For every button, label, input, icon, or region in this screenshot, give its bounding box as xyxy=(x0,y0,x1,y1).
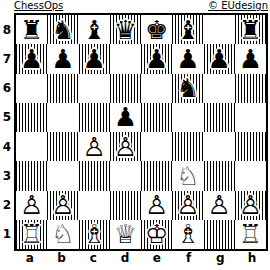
black-knight-glyph: ♞ xyxy=(47,15,78,44)
piece-black-bishop: ♝ xyxy=(172,15,203,44)
white-knight-glyph: ♘ xyxy=(172,161,203,190)
square-f7[interactable]: ♟ xyxy=(172,44,203,73)
copyright-link[interactable]: © EUdesign xyxy=(208,0,268,12)
black-pawn-glyph: ♟ xyxy=(16,44,47,73)
square-e4[interactable] xyxy=(141,132,172,161)
white-pawn-glyph: ♙ xyxy=(79,132,110,161)
square-e5[interactable] xyxy=(141,103,172,132)
square-f8[interactable]: ♝ xyxy=(172,15,203,44)
white-pawn-glyph: ♙ xyxy=(47,191,78,220)
black-pawn-glyph: ♟ xyxy=(172,44,203,73)
square-c6[interactable] xyxy=(79,74,110,103)
black-rook-glyph: ♜ xyxy=(235,15,266,44)
white-queen-glyph: ♕ xyxy=(110,220,141,249)
square-d8[interactable]: ♛ xyxy=(110,15,141,44)
black-pawn-glyph: ♟ xyxy=(235,44,266,73)
header: ChessOps © EUdesign xyxy=(0,0,270,13)
white-rook-glyph: ♖ xyxy=(235,220,266,249)
piece-white-king: ♚♔ xyxy=(141,220,172,249)
white-rook-glyph: ♖ xyxy=(16,220,47,249)
square-e6[interactable] xyxy=(141,74,172,103)
black-king-glyph: ♚ xyxy=(141,15,172,44)
square-g8[interactable] xyxy=(204,15,235,44)
file-label-f: f xyxy=(173,251,205,267)
black-pawn-glyph: ♟ xyxy=(79,44,110,73)
piece-white-knight: ♞♘ xyxy=(47,220,78,249)
piece-white-rook: ♜♖ xyxy=(16,220,47,249)
piece-white-bishop: ♝♗ xyxy=(79,220,110,249)
chess-board: ♜♞♝♛♚♝♜♟♟♟♟♟♟♟♞♟♟♙♟♙♞♘♟♙♟♙♟♙♟♙♟♙♟♙♜♖♞♘♝♗… xyxy=(14,13,268,251)
rank-label-4: 4 xyxy=(0,132,14,161)
square-c3[interactable] xyxy=(79,161,110,190)
square-b4[interactable] xyxy=(47,132,78,161)
piece-black-pawn: ♟ xyxy=(172,44,203,73)
square-g1[interactable] xyxy=(204,220,235,249)
piece-black-knight: ♞ xyxy=(47,15,78,44)
square-g7[interactable]: ♟ xyxy=(204,44,235,73)
piece-white-pawn: ♟♙ xyxy=(172,191,203,220)
square-d1[interactable]: ♛♕ xyxy=(110,220,141,249)
square-h2[interactable]: ♟♙ xyxy=(235,191,266,220)
square-b1[interactable]: ♞♘ xyxy=(47,220,78,249)
rank-label-2: 2 xyxy=(0,191,14,220)
square-g5[interactable] xyxy=(204,103,235,132)
piece-white-pawn: ♟♙ xyxy=(110,132,141,161)
square-d2[interactable] xyxy=(110,191,141,220)
square-e3[interactable] xyxy=(141,161,172,190)
black-knight-glyph: ♞ xyxy=(172,74,203,103)
file-label-h: h xyxy=(236,251,268,267)
piece-black-knight: ♞ xyxy=(172,74,203,103)
square-a2[interactable]: ♟♙ xyxy=(16,191,47,220)
rank-label-7: 7 xyxy=(0,44,14,73)
square-h3[interactable] xyxy=(235,161,266,190)
piece-black-bishop: ♝ xyxy=(79,15,110,44)
chessops-page: ChessOps © EUdesign 87654321 ♜♞♝♛♚♝♜♟♟♟♟… xyxy=(0,0,270,270)
rank-label-8: 8 xyxy=(0,15,14,44)
file-label-g: g xyxy=(205,251,237,267)
square-g4[interactable] xyxy=(204,132,235,161)
square-a7[interactable]: ♟ xyxy=(16,44,47,73)
piece-white-pawn: ♟♙ xyxy=(141,191,172,220)
square-f3[interactable]: ♞♘ xyxy=(172,161,203,190)
piece-black-king: ♚ xyxy=(141,15,172,44)
square-c1[interactable]: ♝♗ xyxy=(79,220,110,249)
file-label-d: d xyxy=(109,251,141,267)
square-b3[interactable] xyxy=(47,161,78,190)
square-b6[interactable] xyxy=(47,74,78,103)
rank-label-6: 6 xyxy=(0,74,14,103)
square-g3[interactable] xyxy=(204,161,235,190)
square-c4[interactable]: ♟♙ xyxy=(79,132,110,161)
square-b7[interactable]: ♟ xyxy=(47,44,78,73)
piece-black-pawn: ♟ xyxy=(141,44,172,73)
black-pawn-glyph: ♟ xyxy=(204,44,235,73)
piece-white-pawn: ♟♙ xyxy=(204,191,235,220)
square-c7[interactable]: ♟ xyxy=(79,44,110,73)
square-d5[interactable]: ♟ xyxy=(110,103,141,132)
piece-black-pawn: ♟ xyxy=(79,44,110,73)
square-e2[interactable]: ♟♙ xyxy=(141,191,172,220)
square-c8[interactable]: ♝ xyxy=(79,15,110,44)
square-b8[interactable]: ♞ xyxy=(47,15,78,44)
piece-black-pawn: ♟ xyxy=(235,44,266,73)
black-bishop-glyph: ♝ xyxy=(79,15,110,44)
square-e1[interactable]: ♚♔ xyxy=(141,220,172,249)
square-f2[interactable]: ♟♙ xyxy=(172,191,203,220)
white-knight-glyph: ♘ xyxy=(47,220,78,249)
square-f1[interactable]: ♝♗ xyxy=(172,220,203,249)
piece-white-pawn: ♟♙ xyxy=(79,132,110,161)
black-bishop-glyph: ♝ xyxy=(172,15,203,44)
piece-white-knight: ♞♘ xyxy=(172,161,203,190)
piece-white-bishop: ♝♗ xyxy=(172,220,203,249)
piece-white-pawn: ♟♙ xyxy=(47,191,78,220)
square-c5[interactable] xyxy=(79,103,110,132)
white-pawn-glyph: ♙ xyxy=(204,191,235,220)
square-h4[interactable] xyxy=(235,132,266,161)
square-h6[interactable] xyxy=(235,74,266,103)
square-g2[interactable]: ♟♙ xyxy=(204,191,235,220)
white-king-glyph: ♔ xyxy=(141,220,172,249)
piece-white-pawn: ♟♙ xyxy=(235,191,266,220)
square-c2[interactable] xyxy=(79,191,110,220)
file-label-b: b xyxy=(46,251,78,267)
square-d3[interactable] xyxy=(110,161,141,190)
square-b2[interactable]: ♟♙ xyxy=(47,191,78,220)
white-pawn-glyph: ♙ xyxy=(141,191,172,220)
piece-black-rook: ♜ xyxy=(235,15,266,44)
white-bishop-glyph: ♗ xyxy=(172,220,203,249)
white-pawn-glyph: ♙ xyxy=(110,132,141,161)
white-pawn-glyph: ♙ xyxy=(16,191,47,220)
square-h1[interactable]: ♜♖ xyxy=(235,220,266,249)
square-a1[interactable]: ♜♖ xyxy=(16,220,47,249)
white-pawn-glyph: ♙ xyxy=(235,191,266,220)
white-pawn-glyph: ♙ xyxy=(172,191,203,220)
square-h7[interactable]: ♟ xyxy=(235,44,266,73)
black-queen-glyph: ♛ xyxy=(110,15,141,44)
black-pawn-glyph: ♟ xyxy=(110,103,141,132)
piece-black-pawn: ♟ xyxy=(204,44,235,73)
square-f5[interactable] xyxy=(172,103,203,132)
rank-labels: 87654321 xyxy=(0,15,14,249)
piece-black-pawn: ♟ xyxy=(110,103,141,132)
square-a4[interactable] xyxy=(16,132,47,161)
piece-black-rook: ♜ xyxy=(16,15,47,44)
rank-label-1: 1 xyxy=(0,220,14,249)
file-label-a: a xyxy=(14,251,46,267)
piece-black-pawn: ♟ xyxy=(47,44,78,73)
piece-black-queen: ♛ xyxy=(110,15,141,44)
square-g6[interactable] xyxy=(204,74,235,103)
square-h5[interactable] xyxy=(235,103,266,132)
file-labels: abcdefgh xyxy=(14,251,268,267)
square-f4[interactable] xyxy=(172,132,203,161)
square-d7[interactable] xyxy=(110,44,141,73)
brand-link[interactable]: ChessOps xyxy=(14,0,63,12)
square-f6[interactable]: ♞ xyxy=(172,74,203,103)
square-d6[interactable] xyxy=(110,74,141,103)
piece-white-pawn: ♟♙ xyxy=(16,191,47,220)
file-label-e: e xyxy=(141,251,173,267)
square-h8[interactable]: ♜ xyxy=(235,15,266,44)
file-label-c: c xyxy=(78,251,110,267)
piece-white-queen: ♛♕ xyxy=(110,220,141,249)
square-a6[interactable] xyxy=(16,74,47,103)
white-bishop-glyph: ♗ xyxy=(79,220,110,249)
rank-label-3: 3 xyxy=(0,161,14,190)
black-pawn-glyph: ♟ xyxy=(47,44,78,73)
rank-label-5: 5 xyxy=(0,103,14,132)
square-a8[interactable]: ♜ xyxy=(16,15,47,44)
piece-black-pawn: ♟ xyxy=(16,44,47,73)
square-a3[interactable] xyxy=(16,161,47,190)
black-pawn-glyph: ♟ xyxy=(141,44,172,73)
piece-white-rook: ♜♖ xyxy=(235,220,266,249)
square-e7[interactable]: ♟ xyxy=(141,44,172,73)
square-a5[interactable] xyxy=(16,103,47,132)
square-d4[interactable]: ♟♙ xyxy=(110,132,141,161)
square-b5[interactable] xyxy=(47,103,78,132)
square-e8[interactable]: ♚ xyxy=(141,15,172,44)
black-rook-glyph: ♜ xyxy=(16,15,47,44)
